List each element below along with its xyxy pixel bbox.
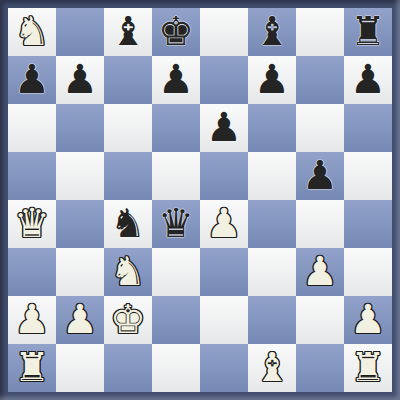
square-h7[interactable]: ♟ — [344, 56, 392, 104]
square-f8[interactable]: ♝ — [248, 8, 296, 56]
square-g3[interactable]: ♟ — [296, 248, 344, 296]
square-e1[interactable] — [200, 344, 248, 392]
square-g5[interactable]: ♟ — [296, 152, 344, 200]
square-e7[interactable] — [200, 56, 248, 104]
white-pawn[interactable]: ♟ — [350, 299, 386, 339]
black-pawn[interactable]: ♟ — [302, 155, 338, 195]
black-pawn[interactable]: ♟ — [254, 59, 290, 99]
black-bishop[interactable]: ♝ — [254, 11, 290, 51]
white-pawn[interactable]: ♟ — [206, 203, 242, 243]
white-bishop[interactable]: ♝ — [254, 347, 290, 387]
square-b1[interactable] — [56, 344, 104, 392]
square-g2[interactable] — [296, 296, 344, 344]
square-e5[interactable] — [200, 152, 248, 200]
square-b6[interactable] — [56, 104, 104, 152]
white-knight[interactable]: ♞ — [14, 11, 50, 51]
square-f1[interactable]: ♝ — [248, 344, 296, 392]
square-d5[interactable] — [152, 152, 200, 200]
chess-board: ♞♝♚♝♜♟♟♟♟♟♟♟♛♞♛♟♞♟♟♟♚♟♜♝♜ — [8, 8, 392, 392]
square-c3[interactable]: ♞ — [104, 248, 152, 296]
square-a1[interactable]: ♜ — [8, 344, 56, 392]
black-pawn[interactable]: ♟ — [14, 59, 50, 99]
square-b3[interactable] — [56, 248, 104, 296]
square-f6[interactable] — [248, 104, 296, 152]
black-queen[interactable]: ♛ — [158, 203, 194, 243]
square-d1[interactable] — [152, 344, 200, 392]
black-pawn[interactable]: ♟ — [350, 59, 386, 99]
white-queen[interactable]: ♛ — [14, 203, 50, 243]
black-pawn[interactable]: ♟ — [62, 59, 98, 99]
square-e6[interactable]: ♟ — [200, 104, 248, 152]
white-pawn[interactable]: ♟ — [14, 299, 50, 339]
square-b5[interactable] — [56, 152, 104, 200]
square-e2[interactable] — [200, 296, 248, 344]
black-rook[interactable]: ♜ — [350, 11, 386, 51]
white-knight[interactable]: ♞ — [110, 251, 146, 291]
square-h3[interactable] — [344, 248, 392, 296]
white-pawn[interactable]: ♟ — [302, 251, 338, 291]
square-g7[interactable] — [296, 56, 344, 104]
white-king[interactable]: ♚ — [110, 299, 146, 339]
square-d7[interactable]: ♟ — [152, 56, 200, 104]
black-knight[interactable]: ♞ — [110, 203, 146, 243]
square-c7[interactable] — [104, 56, 152, 104]
square-f3[interactable] — [248, 248, 296, 296]
square-d2[interactable] — [152, 296, 200, 344]
square-g8[interactable] — [296, 8, 344, 56]
white-pawn[interactable]: ♟ — [62, 299, 98, 339]
square-h5[interactable] — [344, 152, 392, 200]
square-d4[interactable]: ♛ — [152, 200, 200, 248]
square-f7[interactable]: ♟ — [248, 56, 296, 104]
square-c5[interactable] — [104, 152, 152, 200]
square-h2[interactable]: ♟ — [344, 296, 392, 344]
square-b7[interactable]: ♟ — [56, 56, 104, 104]
square-a8[interactable]: ♞ — [8, 8, 56, 56]
square-g6[interactable] — [296, 104, 344, 152]
square-b2[interactable]: ♟ — [56, 296, 104, 344]
square-f2[interactable] — [248, 296, 296, 344]
square-h1[interactable]: ♜ — [344, 344, 392, 392]
black-pawn[interactable]: ♟ — [206, 107, 242, 147]
square-g1[interactable] — [296, 344, 344, 392]
square-a5[interactable] — [8, 152, 56, 200]
black-bishop[interactable]: ♝ — [110, 11, 146, 51]
white-rook[interactable]: ♜ — [350, 347, 386, 387]
square-d8[interactable]: ♚ — [152, 8, 200, 56]
square-e4[interactable]: ♟ — [200, 200, 248, 248]
square-a2[interactable]: ♟ — [8, 296, 56, 344]
square-a3[interactable] — [8, 248, 56, 296]
square-b8[interactable] — [56, 8, 104, 56]
square-f4[interactable] — [248, 200, 296, 248]
square-e8[interactable] — [200, 8, 248, 56]
square-a6[interactable] — [8, 104, 56, 152]
square-c8[interactable]: ♝ — [104, 8, 152, 56]
square-f5[interactable] — [248, 152, 296, 200]
black-king[interactable]: ♚ — [158, 11, 194, 51]
square-h8[interactable]: ♜ — [344, 8, 392, 56]
square-e3[interactable] — [200, 248, 248, 296]
square-h6[interactable] — [344, 104, 392, 152]
square-c4[interactable]: ♞ — [104, 200, 152, 248]
square-d3[interactable] — [152, 248, 200, 296]
square-c1[interactable] — [104, 344, 152, 392]
white-rook[interactable]: ♜ — [14, 347, 50, 387]
square-c6[interactable] — [104, 104, 152, 152]
square-c2[interactable]: ♚ — [104, 296, 152, 344]
square-g4[interactable] — [296, 200, 344, 248]
square-a4[interactable]: ♛ — [8, 200, 56, 248]
chess-board-frame: ♞♝♚♝♜♟♟♟♟♟♟♟♛♞♛♟♞♟♟♟♚♟♜♝♜ — [0, 0, 400, 400]
square-a7[interactable]: ♟ — [8, 56, 56, 104]
square-h4[interactable] — [344, 200, 392, 248]
square-b4[interactable] — [56, 200, 104, 248]
square-d6[interactable] — [152, 104, 200, 152]
black-pawn[interactable]: ♟ — [158, 59, 194, 99]
